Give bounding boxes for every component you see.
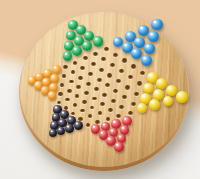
hole[interactable] xyxy=(125,85,130,89)
hole[interactable] xyxy=(73,61,78,65)
marble-green[interactable] xyxy=(93,36,103,46)
hole[interactable] xyxy=(106,117,111,121)
hole[interactable] xyxy=(63,65,68,69)
marble-yellow[interactable] xyxy=(137,103,147,113)
hole[interactable] xyxy=(116,79,121,83)
hole[interactable] xyxy=(93,52,98,56)
hole[interactable] xyxy=(105,83,110,87)
hole[interactable] xyxy=(80,109,85,113)
hole[interactable] xyxy=(78,76,83,80)
hole[interactable] xyxy=(113,53,118,57)
marble-green[interactable] xyxy=(72,46,82,56)
hole[interactable] xyxy=(84,91,89,95)
hole[interactable] xyxy=(90,106,95,110)
hole[interactable] xyxy=(69,80,74,84)
marble-yellow[interactable] xyxy=(163,96,174,107)
hole[interactable] xyxy=(86,123,91,127)
hole[interactable] xyxy=(94,87,99,91)
hole[interactable] xyxy=(76,85,81,89)
hole[interactable] xyxy=(102,93,107,97)
hole[interactable] xyxy=(73,103,78,107)
hole[interactable] xyxy=(57,101,62,105)
hole[interactable] xyxy=(78,117,83,121)
hole[interactable] xyxy=(128,75,133,79)
hole[interactable] xyxy=(137,81,142,85)
hole[interactable] xyxy=(88,114,93,118)
hole[interactable] xyxy=(65,98,70,102)
marble-blue[interactable] xyxy=(148,31,159,42)
hole[interactable] xyxy=(60,83,65,87)
hole[interactable] xyxy=(104,47,109,51)
marble-black[interactable] xyxy=(65,124,74,133)
marble-black[interactable] xyxy=(49,129,57,137)
hole[interactable] xyxy=(100,102,105,106)
marble-black[interactable] xyxy=(57,127,66,136)
hole[interactable] xyxy=(131,102,136,106)
hole[interactable] xyxy=(134,92,139,96)
hole[interactable] xyxy=(111,99,116,103)
marble-yellow[interactable] xyxy=(149,99,160,110)
hole[interactable] xyxy=(62,74,67,78)
hole[interactable] xyxy=(71,70,76,74)
holes-layer xyxy=(20,12,188,167)
marble-orange[interactable] xyxy=(49,83,58,92)
hole[interactable] xyxy=(122,95,127,99)
hole[interactable] xyxy=(88,72,93,76)
hole[interactable] xyxy=(64,106,69,110)
hole[interactable] xyxy=(98,111,103,115)
hole[interactable] xyxy=(101,57,106,61)
hole[interactable] xyxy=(128,111,133,115)
hole[interactable] xyxy=(83,56,88,60)
marble-green[interactable] xyxy=(63,51,73,61)
hole[interactable] xyxy=(113,89,118,93)
marble-black[interactable] xyxy=(74,121,83,130)
hole[interactable] xyxy=(97,78,102,82)
hole[interactable] xyxy=(86,82,91,86)
hole[interactable] xyxy=(82,100,87,104)
marble-red[interactable] xyxy=(114,142,124,152)
marble-orange[interactable] xyxy=(48,91,57,100)
hole[interactable] xyxy=(110,63,115,67)
marble-orange[interactable] xyxy=(52,65,61,74)
hole[interactable] xyxy=(107,73,112,77)
hole[interactable] xyxy=(131,64,136,68)
hole[interactable] xyxy=(108,108,113,112)
hole[interactable] xyxy=(71,112,76,116)
hole[interactable] xyxy=(67,89,72,93)
game-board xyxy=(20,12,188,167)
marble-yellow[interactable] xyxy=(153,89,164,100)
marble-blue[interactable] xyxy=(144,43,155,54)
hole[interactable] xyxy=(95,120,100,124)
hole[interactable] xyxy=(99,68,104,72)
hole[interactable] xyxy=(80,66,85,70)
hole[interactable] xyxy=(58,92,63,96)
hole[interactable] xyxy=(140,71,145,75)
marble-blue[interactable] xyxy=(141,55,152,66)
hole[interactable] xyxy=(119,105,124,109)
marble-yellow[interactable] xyxy=(176,91,187,102)
hole[interactable] xyxy=(116,114,121,118)
hole[interactable] xyxy=(75,94,80,98)
photo-scene xyxy=(0,0,200,179)
hole[interactable] xyxy=(122,58,127,62)
marble-orange[interactable] xyxy=(50,74,59,83)
hole[interactable] xyxy=(119,69,124,73)
hole[interactable] xyxy=(92,97,97,101)
marble-blue[interactable] xyxy=(151,19,163,31)
hole[interactable] xyxy=(91,62,96,66)
marble-green[interactable] xyxy=(82,41,92,51)
